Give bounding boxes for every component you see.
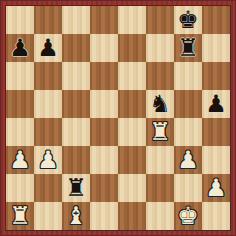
square-d8[interactable]: [90, 6, 118, 34]
square-e7[interactable]: [118, 34, 146, 62]
square-c5[interactable]: [62, 90, 90, 118]
square-c7[interactable]: [62, 34, 90, 62]
square-a6[interactable]: [6, 62, 34, 90]
square-b6[interactable]: [34, 62, 62, 90]
square-c4[interactable]: [62, 118, 90, 146]
square-b7[interactable]: ♟: [34, 34, 62, 62]
board-frame: ♚♟♟♜♞♟♜♟♟♟♜♟♜♝♚: [0, 0, 236, 236]
square-d5[interactable]: [90, 90, 118, 118]
square-c3[interactable]: [62, 146, 90, 174]
square-f6[interactable]: [146, 62, 174, 90]
piece-black-pawn[interactable]: ♟: [205, 90, 227, 118]
square-a4[interactable]: [6, 118, 34, 146]
square-f8[interactable]: [146, 6, 174, 34]
square-h5[interactable]: ♟: [202, 90, 230, 118]
square-d2[interactable]: [90, 174, 118, 202]
square-c6[interactable]: [62, 62, 90, 90]
square-d4[interactable]: [90, 118, 118, 146]
square-g3[interactable]: ♟: [174, 146, 202, 174]
square-g4[interactable]: [174, 118, 202, 146]
square-g7[interactable]: ♜: [174, 34, 202, 62]
piece-black-pawn[interactable]: ♟: [37, 34, 59, 62]
square-f5[interactable]: ♞: [146, 90, 174, 118]
square-g6[interactable]: [174, 62, 202, 90]
square-e3[interactable]: [118, 146, 146, 174]
square-h6[interactable]: [202, 62, 230, 90]
square-h2[interactable]: ♟: [202, 174, 230, 202]
piece-black-pawn[interactable]: ♟: [9, 34, 31, 62]
piece-white-rook[interactable]: ♜: [9, 202, 31, 230]
square-a7[interactable]: ♟: [6, 34, 34, 62]
square-b3[interactable]: ♟: [34, 146, 62, 174]
square-a8[interactable]: [6, 6, 34, 34]
chess-board: ♚♟♟♜♞♟♜♟♟♟♜♟♜♝♚: [6, 6, 230, 230]
square-e6[interactable]: [118, 62, 146, 90]
square-g8[interactable]: ♚: [174, 6, 202, 34]
piece-white-rook[interactable]: ♜: [149, 118, 171, 146]
square-a5[interactable]: [6, 90, 34, 118]
square-g5[interactable]: [174, 90, 202, 118]
piece-white-pawn[interactable]: ♟: [177, 146, 199, 174]
piece-black-rook[interactable]: ♜: [177, 34, 199, 62]
square-g2[interactable]: [174, 174, 202, 202]
piece-white-king[interactable]: ♚: [177, 202, 199, 230]
square-f4[interactable]: ♜: [146, 118, 174, 146]
square-h3[interactable]: [202, 146, 230, 174]
square-e8[interactable]: [118, 6, 146, 34]
piece-white-pawn[interactable]: ♟: [37, 146, 59, 174]
square-h4[interactable]: [202, 118, 230, 146]
square-d3[interactable]: [90, 146, 118, 174]
piece-black-king[interactable]: ♚: [177, 6, 199, 34]
square-e2[interactable]: [118, 174, 146, 202]
square-b4[interactable]: [34, 118, 62, 146]
square-c1[interactable]: ♝: [62, 202, 90, 230]
piece-white-pawn[interactable]: ♟: [205, 174, 227, 202]
square-d7[interactable]: [90, 34, 118, 62]
square-e4[interactable]: [118, 118, 146, 146]
square-f3[interactable]: [146, 146, 174, 174]
square-f7[interactable]: [146, 34, 174, 62]
square-h7[interactable]: [202, 34, 230, 62]
square-g1[interactable]: ♚: [174, 202, 202, 230]
square-f2[interactable]: [146, 174, 174, 202]
square-h8[interactable]: [202, 6, 230, 34]
square-e5[interactable]: [118, 90, 146, 118]
square-b1[interactable]: [34, 202, 62, 230]
square-a3[interactable]: ♟: [6, 146, 34, 174]
square-b2[interactable]: [34, 174, 62, 202]
square-e1[interactable]: [118, 202, 146, 230]
square-c8[interactable]: [62, 6, 90, 34]
piece-white-pawn[interactable]: ♟: [9, 146, 31, 174]
square-f1[interactable]: [146, 202, 174, 230]
square-h1[interactable]: [202, 202, 230, 230]
piece-black-knight[interactable]: ♞: [149, 90, 171, 118]
square-a2[interactable]: [6, 174, 34, 202]
square-c2[interactable]: ♜: [62, 174, 90, 202]
square-a1[interactable]: ♜: [6, 202, 34, 230]
square-b5[interactable]: [34, 90, 62, 118]
piece-white-bishop[interactable]: ♝: [65, 202, 87, 230]
square-d6[interactable]: [90, 62, 118, 90]
square-d1[interactable]: [90, 202, 118, 230]
square-b8[interactable]: [34, 6, 62, 34]
piece-black-rook[interactable]: ♜: [65, 174, 87, 202]
